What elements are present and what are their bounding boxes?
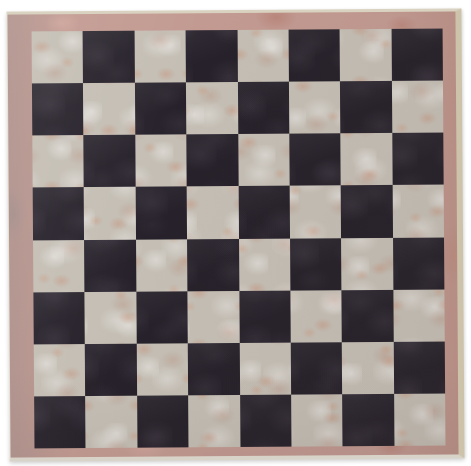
square-d1[interactable]: [188, 395, 240, 447]
square-h6[interactable]: [392, 133, 444, 185]
square-c1[interactable]: [137, 395, 189, 447]
square-e7[interactable]: [237, 82, 289, 134]
square-c3[interactable]: [136, 291, 188, 343]
square-d5[interactable]: [187, 186, 239, 238]
square-d6[interactable]: [186, 134, 238, 186]
square-d4[interactable]: [187, 238, 239, 290]
photo-background: [0, 0, 471, 466]
square-a4[interactable]: [33, 240, 85, 292]
square-b6[interactable]: [84, 135, 136, 187]
square-b1[interactable]: [85, 396, 137, 448]
square-a6[interactable]: [32, 135, 84, 187]
chess-board: [6, 8, 464, 461]
board-grid: [32, 29, 446, 449]
square-g3[interactable]: [342, 290, 394, 342]
square-g6[interactable]: [341, 133, 393, 185]
square-d8[interactable]: [186, 30, 238, 82]
square-g4[interactable]: [341, 237, 393, 289]
square-c8[interactable]: [134, 30, 186, 82]
square-a5[interactable]: [33, 187, 85, 239]
square-g8[interactable]: [340, 29, 392, 81]
square-a8[interactable]: [32, 31, 84, 83]
square-f2[interactable]: [291, 342, 343, 394]
square-c4[interactable]: [136, 239, 188, 291]
square-h8[interactable]: [391, 29, 443, 81]
square-a7[interactable]: [32, 83, 84, 135]
square-a2[interactable]: [34, 344, 86, 396]
square-e5[interactable]: [238, 186, 290, 238]
square-e2[interactable]: [239, 342, 291, 394]
square-f5[interactable]: [290, 186, 342, 238]
square-h3[interactable]: [393, 289, 445, 341]
square-e6[interactable]: [238, 134, 290, 186]
square-b5[interactable]: [84, 187, 136, 239]
square-f7[interactable]: [289, 81, 341, 133]
square-g5[interactable]: [341, 185, 393, 237]
square-g2[interactable]: [342, 342, 394, 394]
square-f4[interactable]: [290, 238, 342, 290]
square-a1[interactable]: [34, 396, 86, 448]
square-g1[interactable]: [342, 394, 394, 446]
square-e8[interactable]: [237, 30, 289, 82]
square-h1[interactable]: [394, 393, 446, 445]
square-e4[interactable]: [239, 238, 291, 290]
square-e3[interactable]: [239, 290, 291, 342]
square-b8[interactable]: [83, 31, 135, 83]
square-a3[interactable]: [33, 292, 85, 344]
square-b4[interactable]: [84, 239, 136, 291]
square-e1[interactable]: [240, 394, 292, 446]
square-d2[interactable]: [188, 343, 240, 395]
square-c5[interactable]: [135, 187, 187, 239]
square-b2[interactable]: [85, 343, 137, 395]
square-c2[interactable]: [137, 343, 189, 395]
square-c6[interactable]: [135, 135, 187, 187]
square-f6[interactable]: [289, 134, 341, 186]
square-d7[interactable]: [186, 82, 238, 134]
square-h2[interactable]: [393, 341, 445, 393]
square-h7[interactable]: [392, 81, 444, 133]
square-h5[interactable]: [392, 185, 444, 237]
square-f3[interactable]: [290, 290, 342, 342]
square-g7[interactable]: [340, 81, 392, 133]
square-c7[interactable]: [135, 82, 187, 134]
square-f8[interactable]: [288, 29, 340, 81]
square-f1[interactable]: [291, 394, 343, 446]
square-d3[interactable]: [188, 291, 240, 343]
square-b7[interactable]: [83, 83, 135, 135]
square-b3[interactable]: [85, 291, 137, 343]
square-h4[interactable]: [393, 237, 445, 289]
